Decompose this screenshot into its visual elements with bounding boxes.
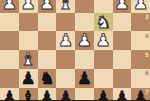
square-g2[interactable]: ♟ (19, 0, 38, 13)
piece-white-pawn-g2[interactable]: ♟ (19, 0, 38, 13)
square-h5[interactable] (0, 50, 19, 69)
square-g6[interactable]: ♟ (19, 69, 38, 88)
square-h4[interactable] (0, 31, 19, 50)
square-h7[interactable]: ♟ (0, 88, 19, 101)
piece-black-bishop-g7[interactable]: ♝ (19, 88, 38, 101)
square-c5[interactable] (94, 50, 113, 69)
piece-white-knight-c3[interactable]: ♞ (94, 13, 113, 32)
rank-label-7: 7 (145, 89, 149, 95)
square-g4[interactable] (19, 31, 38, 50)
square-b4[interactable] (113, 31, 132, 50)
piece-white-pawn-f2[interactable]: ♟ (38, 0, 57, 13)
rank-label-6: 6 (145, 70, 149, 76)
piece-black-pawn-c7[interactable]: ♟ (94, 88, 113, 101)
square-f7[interactable]: ♟ (38, 88, 57, 101)
square-c2[interactable] (94, 0, 113, 13)
piece-black-knight-f6[interactable]: ♞ (38, 69, 57, 88)
piece-black-pawn-h7[interactable]: ♟ (0, 88, 19, 101)
piece-black-pawn-d6[interactable]: ♟ (75, 69, 94, 88)
square-b3[interactable] (113, 13, 132, 32)
square-g5[interactable]: ♝ (19, 50, 38, 69)
square-c3[interactable]: ♞ (94, 13, 113, 32)
piece-white-bishop-e2[interactable]: ♝ (56, 0, 75, 13)
square-d5[interactable] (75, 50, 94, 69)
square-f2[interactable]: ♟ (38, 0, 57, 13)
piece-white-pawn-b2[interactable]: ♟ (113, 0, 132, 13)
square-f3[interactable] (38, 13, 57, 32)
piece-black-pawn-e7[interactable]: ♟ (56, 88, 75, 101)
square-h6[interactable] (0, 69, 19, 88)
square-c7[interactable]: ♟ (94, 88, 113, 101)
piece-white-pawn-e4[interactable]: ♟ (56, 31, 75, 50)
square-e3[interactable] (56, 13, 75, 32)
piece-white-bishop-g5[interactable]: ♝ (19, 50, 38, 69)
square-b2[interactable]: ♟ (113, 0, 132, 13)
piece-black-pawn-g6[interactable]: ♟ (19, 69, 38, 88)
square-h3[interactable] (0, 13, 19, 32)
square-g7[interactable]: ♝ (19, 88, 38, 101)
square-d3[interactable] (75, 13, 94, 32)
chess-board-viewport: ♜♞♚♛♜♟♟♟♝♟♟♞♟♟♟♝♟♞♟♟♝♟♟♟♟♟♚♜♛♝♞♜ 34567 (0, 0, 150, 100)
square-c6[interactable] (94, 69, 113, 88)
piece-black-pawn-f7[interactable]: ♟ (38, 88, 57, 101)
square-b7[interactable]: ♟ (113, 88, 132, 101)
square-e6[interactable] (56, 69, 75, 88)
rank-label-4: 4 (145, 33, 149, 39)
piece-white-pawn-d4[interactable]: ♟ (75, 31, 94, 50)
square-h2[interactable]: ♟ (0, 0, 19, 13)
square-e5[interactable] (56, 50, 75, 69)
square-d6[interactable]: ♟ (75, 69, 94, 88)
square-g3[interactable] (19, 13, 38, 32)
rank-label-5: 5 (145, 52, 149, 58)
square-a2[interactable]: ♟ (131, 0, 150, 13)
rank-label-3: 3 (145, 14, 149, 20)
square-d7[interactable] (75, 88, 94, 101)
piece-black-pawn-b7[interactable]: ♟ (113, 88, 132, 101)
square-f6[interactable]: ♞ (38, 69, 57, 88)
square-d4[interactable]: ♟ (75, 31, 94, 50)
square-f5[interactable] (38, 50, 57, 69)
square-e7[interactable]: ♟ (56, 88, 75, 101)
square-c4[interactable]: ♟ (94, 31, 113, 50)
square-b5[interactable] (113, 50, 132, 69)
square-f4[interactable] (38, 31, 57, 50)
piece-white-pawn-a2[interactable]: ♟ (131, 0, 150, 13)
chess-board: ♜♞♚♛♜♟♟♟♝♟♟♞♟♟♟♝♟♞♟♟♝♟♟♟♟♟♚♜♛♝♞♜ (0, 0, 150, 100)
square-b6[interactable] (113, 69, 132, 88)
piece-white-pawn-h2[interactable]: ♟ (0, 0, 19, 13)
square-e4[interactable]: ♟ (56, 31, 75, 50)
piece-white-pawn-c4[interactable]: ♟ (94, 31, 113, 50)
square-e2[interactable]: ♝ (56, 0, 75, 13)
square-d2[interactable] (75, 0, 94, 13)
